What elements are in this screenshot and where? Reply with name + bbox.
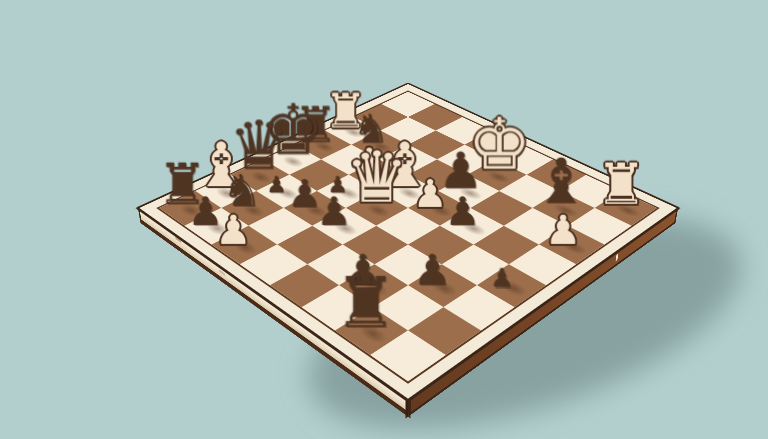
square-h6[interactable]: ♟ (539, 226, 604, 265)
chess-board: ♜♚♝♜♞♟♟♜♟♝♟♟♚♟♛♟♛♟♟♟♟♝♞♟♜♟♟♜ (135, 82, 681, 402)
piece-black-rook-icon: ♜ (157, 157, 201, 213)
piece-shadow (301, 202, 332, 220)
scene: ♜♚♝♜♞♟♟♜♟♝♟♟♚♟♛♟♛♟♟♟♟♝♞♟♜♟♟♜ (215, 15, 601, 401)
piece-shadow (557, 238, 591, 257)
square-g2[interactable] (373, 285, 444, 330)
piece-shadow (455, 185, 486, 202)
piece-shadow (239, 202, 269, 220)
piece-shadow (550, 202, 582, 220)
piece-shadow (230, 238, 262, 257)
piece-shadow (334, 185, 364, 202)
square-a1[interactable]: ♜ (159, 191, 221, 226)
board-squares: ♜♚♝♜♞♟♟♜♟♝♟♟♚♟♛♟♛♟♟♟♟♝♞♟♜♟♟♜ (156, 91, 659, 384)
piece-shadow (355, 322, 391, 346)
piece-shadow (363, 202, 394, 220)
piece-shadow (484, 169, 514, 185)
piece-shadow (358, 278, 392, 300)
piece-shadow (273, 185, 303, 202)
piece-shadow (496, 278, 531, 300)
piece-black-king-icon: ♚ (262, 95, 303, 164)
piece-shadow (427, 278, 462, 300)
piece-shadow (612, 202, 645, 220)
piece-shadow (330, 219, 362, 237)
piece-shadow (247, 169, 276, 185)
illustration-canvas: ♜♚♝♜♞♟♟♜♟♝♟♟♚♟♛♟♛♟♟♟♟♝♞♟♜♟♟♜ (0, 0, 768, 439)
piece-white-bishop-icon: ♝ (194, 135, 237, 196)
piece-shadow (395, 185, 425, 202)
piece-black-queen-icon: ♛ (229, 112, 271, 179)
square-f1[interactable] (302, 285, 373, 330)
piece-shadow (458, 219, 490, 237)
piece-shadow (425, 202, 456, 220)
